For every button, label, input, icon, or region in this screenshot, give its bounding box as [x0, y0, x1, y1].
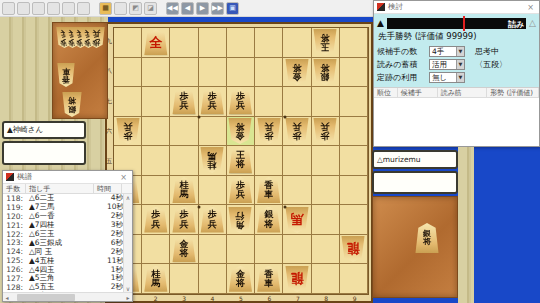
chevron-down-icon[interactable]: ▼ [456, 60, 464, 69]
piece-歩兵-6六[interactable]: 歩兵 [257, 118, 281, 144]
square-3二[interactable]: 金将 [170, 235, 198, 265]
kifu-window: 棋譜 × 手数指し手時間 118:△6二玉4秒119:▲7三馬10秒120:△6… [2, 170, 133, 302]
piece-角行-5三[interactable]: 角行 [228, 207, 252, 233]
kifu-horizontal-scrollbar[interactable]: ◂ ▸ [3, 292, 132, 301]
piece-金将-5六[interactable]: 金将 [228, 118, 252, 144]
square-2三[interactable]: 歩兵 [142, 205, 170, 235]
evaluation-tick [463, 16, 465, 31]
sente-name-plate: ▲神崎さん [2, 121, 86, 139]
square-9-4[interactable] [340, 117, 368, 147]
square-7-1[interactable] [283, 28, 311, 58]
star-point [283, 116, 286, 119]
save-file-button[interactable] [32, 2, 45, 15]
piece-銀将-8八[interactable]: 銀将 [313, 59, 337, 85]
evaluation-bar: 詰み [387, 18, 526, 29]
board-setup-button[interactable]: ▦ [99, 2, 112, 15]
piece-歩兵-5七[interactable]: 歩兵 [228, 88, 252, 114]
piece-龍-7一[interactable]: 龍 [285, 266, 309, 292]
piece-龍-9二[interactable]: 龍 [341, 236, 365, 262]
square-4-8[interactable] [199, 235, 227, 265]
analysis-forward-button[interactable]: ◪ [144, 2, 157, 15]
square-5-8[interactable] [227, 235, 255, 265]
piece-歩兵-5四[interactable]: 歩兵 [228, 177, 252, 203]
square-3-2[interactable] [170, 58, 198, 88]
square-2一[interactable]: 桂馬 [142, 264, 170, 294]
square-1-1[interactable] [114, 28, 142, 58]
square-2-2[interactable] [142, 58, 170, 88]
option-note-1: 〈五段〉 [465, 59, 507, 70]
piece-銀将-6三[interactable]: 銀将 [257, 207, 281, 233]
square-3-5[interactable] [170, 146, 198, 176]
piece-王将-5五[interactable]: 王将 [228, 147, 252, 173]
kifu-column-headers: 手数指し手時間 [3, 184, 132, 194]
kifu-window-icon [6, 173, 14, 181]
square-7-3[interactable] [283, 87, 311, 117]
square-2九[interactable]: 全 [142, 28, 170, 58]
judgment-text: 先手勝勢 (評価値 99999) [377, 30, 536, 45]
square-4-9[interactable] [199, 264, 227, 294]
square-4五[interactable]: 桂馬 [199, 146, 227, 176]
shogi-board[interactable]: 全玉将金将銀将歩兵歩兵歩兵歩兵金将歩兵歩兵歩兵桂馬王将歩兵桂馬歩兵香車歩兵歩兵歩… [113, 27, 369, 295]
piece-桂馬-2一[interactable]: 桂馬 [144, 266, 168, 292]
piece-香車-6四[interactable]: 香車 [257, 177, 281, 203]
piece-歩兵-3七[interactable]: 歩兵 [172, 88, 196, 114]
analysis-window: 検討 × ▲ 詰み △ 先手勝勢 (評価値 99999) 候補手の数4手▼思考中… [373, 0, 540, 147]
square-4七[interactable]: 歩兵 [199, 87, 227, 117]
square-4-1[interactable] [199, 28, 227, 58]
square-9-7[interactable] [340, 205, 368, 235]
edit-button[interactable] [47, 2, 60, 15]
square-9-9[interactable] [340, 264, 368, 294]
new-board-button[interactable] [2, 2, 15, 15]
paste-button[interactable] [77, 2, 90, 15]
next-move-button[interactable]: ▶ [196, 2, 209, 15]
square-5一[interactable]: 金将 [227, 264, 255, 294]
star-point [283, 205, 286, 208]
sente-mark: ▲ [377, 18, 384, 28]
square-5六[interactable]: 金将 [227, 117, 255, 147]
square-5五[interactable]: 王将 [227, 146, 255, 176]
analysis-window-title: 検討 [388, 2, 525, 12]
square-8-3[interactable] [312, 87, 340, 117]
square-2-4[interactable] [142, 117, 170, 147]
flip-board-button[interactable] [114, 2, 127, 15]
square-6三[interactable]: 銀将 [255, 205, 283, 235]
first-move-button[interactable]: ◀◀ [166, 2, 179, 15]
square-9-1[interactable] [340, 28, 368, 58]
evaluation-label: 詰み [508, 19, 524, 30]
last-move-button[interactable]: ▶▶ [211, 2, 224, 15]
hand-piece-香車[interactable]: 香車 [57, 63, 75, 87]
option-dropdown-2[interactable]: 無し▼ [429, 72, 465, 83]
chevron-down-icon[interactable]: ▼ [456, 73, 464, 82]
piece-歩兵-8六[interactable]: 歩兵 [313, 118, 337, 144]
piece-金将-5一[interactable]: 金将 [228, 266, 252, 292]
square-9-3[interactable] [340, 87, 368, 117]
gote-name: △murizemu [377, 155, 421, 164]
gote-clock-plate [372, 171, 458, 194]
option-label-0: 候補手の数 [377, 46, 429, 57]
square-3四[interactable]: 桂馬 [170, 176, 198, 206]
kifu-window-title: 棋譜 [17, 172, 118, 182]
analysis-close-icon[interactable]: × [525, 3, 536, 12]
analysis-options: 候補手の数4手▼思考中読みの蓄積活用▼〈五段〉定跡の利用無し▼ [377, 45, 536, 84]
square-8-6[interactable] [312, 176, 340, 206]
piece-金将-3二[interactable]: 金将 [172, 236, 196, 262]
square-9-2[interactable] [340, 58, 368, 88]
kifu-vertical-scrollbar[interactable]: ∧ ∨ [123, 194, 132, 292]
chevron-down-icon[interactable]: ▼ [456, 47, 464, 56]
square-7三[interactable]: 馬 [283, 205, 311, 235]
square-6-8[interactable] [255, 235, 283, 265]
scroll-down-icon[interactable]: ∨ [126, 285, 130, 292]
square-6一[interactable]: 香車 [255, 264, 283, 294]
copy-button[interactable] [62, 2, 75, 15]
option-dropdown-1[interactable]: 活用▼ [429, 59, 465, 70]
square-2-6[interactable] [142, 176, 170, 206]
square-8-8[interactable] [312, 235, 340, 265]
square-5四[interactable]: 歩兵 [227, 176, 255, 206]
square-9二[interactable]: 龍 [340, 235, 368, 265]
kifu-titlebar[interactable]: 棋譜 × [3, 171, 132, 184]
square-2-8[interactable] [142, 235, 170, 265]
square-6-2[interactable] [255, 58, 283, 88]
scrollbar-thumb[interactable] [17, 294, 75, 301]
square-7-5[interactable] [283, 146, 311, 176]
square-1-2[interactable] [114, 58, 142, 88]
star-point [198, 116, 201, 119]
square-4-2[interactable] [199, 58, 227, 88]
piece-桂馬-3四[interactable]: 桂馬 [172, 177, 196, 203]
square-5-1[interactable] [227, 28, 255, 58]
gote-komadai[interactable]: 銀将 [372, 196, 458, 298]
square-8九[interactable]: 玉将 [312, 28, 340, 58]
option-note-0: 思考中 [465, 46, 499, 57]
square-8八[interactable]: 銀将 [312, 58, 340, 88]
square-8六[interactable]: 歩兵 [312, 117, 340, 147]
scroll-up-icon[interactable]: ∧ [126, 194, 130, 201]
square-5-2[interactable] [227, 58, 255, 88]
square-6-3[interactable] [255, 87, 283, 117]
star-point [198, 205, 201, 208]
square-6六[interactable]: 歩兵 [255, 117, 283, 147]
square-8-5[interactable] [312, 146, 340, 176]
analysis-back-button[interactable]: ◩ [129, 2, 142, 15]
option-label-2: 定跡の利用 [377, 72, 429, 83]
kifu-move-list[interactable]: 118:△6二玉4秒119:▲7三馬10秒120:△6一香2秒121:▲7四桂3… [3, 194, 123, 292]
gote-mark: △ [529, 18, 536, 28]
square-7八[interactable]: 金将 [283, 58, 311, 88]
square-7一[interactable]: 龍 [283, 264, 311, 294]
square-5三[interactable]: 角行 [227, 205, 255, 235]
square-7-6[interactable] [283, 176, 311, 206]
square-8-9[interactable] [312, 264, 340, 294]
square-9-5[interactable] [340, 146, 368, 176]
piece-歩兵-4三[interactable]: 歩兵 [200, 207, 224, 233]
hand-piece-銀将[interactable]: 銀将 [415, 223, 439, 253]
piece-歩兵-1六[interactable]: 歩兵 [116, 118, 140, 144]
option-dropdown-0[interactable]: 4手▼ [429, 46, 465, 57]
square-7六[interactable]: 歩兵 [283, 117, 311, 147]
gote-name-plate: △murizemu [372, 150, 458, 169]
square-3七[interactable]: 歩兵 [170, 87, 198, 117]
square-3-1[interactable] [170, 28, 198, 58]
square-4-6[interactable] [199, 176, 227, 206]
square-3-4[interactable] [170, 117, 198, 147]
piece-歩兵-3三[interactable]: 歩兵 [172, 207, 196, 233]
open-file-button[interactable] [17, 2, 30, 15]
square-9-6[interactable] [340, 176, 368, 206]
sente-name: ▲神崎さん [7, 125, 43, 135]
analysis-window-icon [377, 3, 385, 11]
sente-clock-plate [2, 141, 86, 165]
prev-move-button[interactable]: ◀ [181, 2, 194, 15]
tatami-background-right [458, 147, 474, 303]
sente-komadai[interactable]: 歩兵歩兵歩兵歩兵歩兵香車銀将 [52, 22, 108, 119]
engine-window-button[interactable]: ▣ [226, 2, 239, 15]
piece-香車-6一[interactable]: 香車 [257, 266, 281, 292]
square-8-7[interactable] [312, 205, 340, 235]
square-6-5[interactable] [255, 146, 283, 176]
square-4-4[interactable] [199, 117, 227, 147]
piece-歩兵-7六[interactable]: 歩兵 [285, 118, 309, 144]
square-2-3[interactable] [142, 87, 170, 117]
analysis-table-headers: 順位候補手読み筋形勢 (評価値) [374, 87, 539, 98]
piece-全-2九[interactable]: 全 [144, 29, 168, 55]
hand-piece-銀将[interactable]: 銀将 [62, 92, 82, 117]
square-1六[interactable]: 歩兵 [114, 117, 142, 147]
piece-歩兵-4七[interactable]: 歩兵 [200, 88, 224, 114]
square-3三[interactable]: 歩兵 [170, 205, 198, 235]
option-label-1: 読みの蓄積 [377, 59, 429, 70]
file-labels: 123456789 [113, 295, 369, 303]
piece-馬-7三[interactable]: 馬 [285, 207, 309, 233]
kifu-close-icon[interactable]: × [118, 173, 129, 182]
analysis-titlebar[interactable]: 検討 × [374, 1, 539, 14]
scroll-left-icon[interactable]: ◂ [3, 294, 11, 301]
piece-歩兵-2三[interactable]: 歩兵 [144, 207, 168, 233]
square-6四[interactable]: 香車 [255, 176, 283, 206]
square-6-1[interactable] [255, 28, 283, 58]
piece-桂馬-4五[interactable]: 桂馬 [200, 147, 224, 173]
scroll-right-icon[interactable]: ▸ [124, 294, 132, 301]
square-1-3[interactable] [114, 87, 142, 117]
square-7-8[interactable] [283, 235, 311, 265]
square-2-5[interactable] [142, 146, 170, 176]
piece-玉将-8九[interactable]: 玉将 [313, 29, 337, 55]
analysis-table-body [374, 98, 539, 146]
piece-金将-7八[interactable]: 金将 [285, 59, 309, 85]
square-4三[interactable]: 歩兵 [199, 205, 227, 235]
square-3-9[interactable] [170, 264, 198, 294]
square-5七[interactable]: 歩兵 [227, 87, 255, 117]
